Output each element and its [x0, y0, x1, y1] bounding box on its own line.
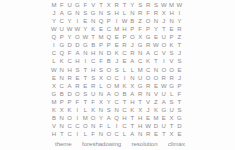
- grid-cell-r5c7[interactable]: M: [97, 33, 105, 41]
- grid-cell-r12c1[interactable]: G: [50, 90, 58, 98]
- grid-cell-r14c17[interactable]: S: [176, 106, 184, 114]
- grid-cell-r8c2[interactable]: K: [58, 57, 66, 65]
- grid-cell-r4c16[interactable]: E: [168, 25, 176, 33]
- grid-cell-r14c11[interactable]: K: [128, 106, 136, 114]
- grid-cell-r16c1[interactable]: V: [50, 122, 58, 130]
- grid-cell-r2c10[interactable]: L: [121, 9, 129, 17]
- grid-cell-r13c5[interactable]: T: [81, 98, 89, 106]
- grid-cell-r4c4[interactable]: W: [74, 25, 82, 33]
- grid-cell-r17c10[interactable]: L: [121, 130, 129, 138]
- grid-cell-r12c4[interactable]: O: [74, 90, 82, 98]
- grid-cell-r16c16[interactable]: T: [168, 122, 176, 130]
- grid-cell-r10c6[interactable]: S: [89, 74, 97, 82]
- grid-cell-r1c4[interactable]: G: [74, 1, 82, 9]
- grid-cell-r5c3[interactable]: Y: [66, 33, 74, 41]
- grid-cell-r16c2[interactable]: N: [58, 122, 66, 130]
- grid-cell-r3c10[interactable]: W: [121, 17, 129, 25]
- grid-cell-r15c16[interactable]: X: [168, 114, 176, 122]
- grid-cell-r3c9[interactable]: I: [113, 17, 121, 25]
- grid-cell-r10c8[interactable]: O: [105, 74, 113, 82]
- grid-cell-r15c8[interactable]: A: [105, 114, 113, 122]
- grid-cell-r8c9[interactable]: J: [113, 57, 121, 65]
- grid-cell-r2c4[interactable]: N: [74, 9, 82, 17]
- grid-cell-r15c6[interactable]: O: [89, 114, 97, 122]
- grid-cell-r14c1[interactable]: K: [50, 106, 58, 114]
- grid-cell-r7c4[interactable]: A: [74, 49, 82, 57]
- grid-cell-r15c9[interactable]: Q: [113, 114, 121, 122]
- grid-cell-r16c15[interactable]: U: [160, 122, 168, 130]
- grid-cell-r13c14[interactable]: Z: [152, 98, 160, 106]
- grid-cell-r16c14[interactable]: D: [152, 122, 160, 130]
- grid-cell-r7c8[interactable]: D: [105, 49, 113, 57]
- grid-cell-r12c11[interactable]: A: [128, 90, 136, 98]
- grid-cell-r12c10[interactable]: B: [121, 90, 129, 98]
- grid-cell-r5c15[interactable]: U: [160, 33, 168, 41]
- grid-cell-r13c13[interactable]: V: [144, 98, 152, 106]
- grid-cell-r14c3[interactable]: K: [66, 106, 74, 114]
- grid-cell-r4c8[interactable]: C: [105, 25, 113, 33]
- grid-cell-r13c7[interactable]: X: [97, 98, 105, 106]
- grid-cell-r5c6[interactable]: T: [89, 33, 97, 41]
- grid-cell-r8c3[interactable]: C: [66, 57, 74, 65]
- grid-cell-r9c5[interactable]: T: [81, 66, 89, 74]
- grid-cell-r17c1[interactable]: H: [50, 130, 58, 138]
- grid-cell-r12c16[interactable]: L: [168, 90, 176, 98]
- grid-cell-r15c11[interactable]: T: [128, 114, 136, 122]
- grid-cell-r15c14[interactable]: M: [152, 114, 160, 122]
- grid-cell-r11c5[interactable]: E: [81, 82, 89, 90]
- grid-cell-r5c1[interactable]: Q: [50, 33, 58, 41]
- grid-cell-r17c5[interactable]: L: [81, 130, 89, 138]
- grid-cell-r12c8[interactable]: A: [105, 90, 113, 98]
- grid-cell-r3c1[interactable]: Y: [50, 17, 58, 25]
- grid-cell-r11c12[interactable]: G: [136, 82, 144, 90]
- grid-cell-r10c16[interactable]: R: [168, 74, 176, 82]
- grid-cell-r6c14[interactable]: W: [152, 41, 160, 49]
- grid-cell-r4c1[interactable]: W: [50, 25, 58, 33]
- grid-cell-r13c8[interactable]: Y: [105, 98, 113, 106]
- grid-cell-r5c2[interactable]: P: [58, 33, 66, 41]
- grid-cell-r14c13[interactable]: J: [144, 106, 152, 114]
- grid-cell-r17c7[interactable]: N: [97, 130, 105, 138]
- grid-cell-r15c5[interactable]: M: [81, 114, 89, 122]
- grid-cell-r3c16[interactable]: N: [168, 17, 176, 25]
- grid-cell-r17c3[interactable]: C: [66, 130, 74, 138]
- grid-cell-r9c12[interactable]: M: [136, 66, 144, 74]
- grid-cell-r13c2[interactable]: P: [58, 98, 66, 106]
- grid-cell-r14c9[interactable]: N: [113, 106, 121, 114]
- grid-cell-r7c11[interactable]: R: [128, 49, 136, 57]
- grid-cell-r7c6[interactable]: H: [89, 49, 97, 57]
- grid-cell-r12c17[interactable]: F: [176, 90, 184, 98]
- grid-cell-r2c11[interactable]: N: [128, 9, 136, 17]
- grid-cell-r6c7[interactable]: P: [97, 41, 105, 49]
- grid-cell-r9c17[interactable]: E: [176, 66, 184, 74]
- grid-cell-r14c8[interactable]: S: [105, 106, 113, 114]
- grid-cell-r3c5[interactable]: E: [81, 17, 89, 25]
- grid-cell-r13c6[interactable]: F: [89, 98, 97, 106]
- letter-grid: MFUGFVTXRTYSRSWMWJAGNSGNSHLNRFRXHIYCYIEN…: [50, 1, 183, 138]
- grid-cell-r13c17[interactable]: T: [176, 98, 184, 106]
- grid-cell-r9c4[interactable]: S: [74, 66, 82, 74]
- grid-cell-r16c11[interactable]: T: [128, 122, 136, 130]
- grid-cell-r3c7[interactable]: Q: [97, 17, 105, 25]
- grid-cell-r4c7[interactable]: E: [97, 25, 105, 33]
- grid-cell-r14c2[interactable]: X: [58, 106, 66, 114]
- grid-cell-r8c10[interactable]: E: [121, 57, 129, 65]
- grid-cell-r8c15[interactable]: I: [160, 57, 168, 65]
- grid-cell-r2c15[interactable]: X: [160, 9, 168, 17]
- grid-cell-r10c2[interactable]: N: [58, 74, 66, 82]
- grid-cell-r1c7[interactable]: T: [97, 1, 105, 9]
- grid-cell-r15c3[interactable]: O: [66, 114, 74, 122]
- grid-cell-r8c17[interactable]: S: [176, 57, 184, 65]
- grid-cell-r3c8[interactable]: P: [105, 17, 113, 25]
- word-list-item-climax: climax: [168, 141, 185, 147]
- grid-cell-r12c12[interactable]: R: [136, 90, 144, 98]
- grid-cell-r5c5[interactable]: W: [81, 33, 89, 41]
- grid-cell-r8c7[interactable]: F: [97, 57, 105, 65]
- grid-cell-r4c6[interactable]: K: [89, 25, 97, 33]
- grid-cell-r3c3[interactable]: Y: [66, 17, 74, 25]
- grid-cell-r3c15[interactable]: J: [160, 17, 168, 25]
- grid-cell-r8c14[interactable]: T: [152, 57, 160, 65]
- grid-cell-r15c17[interactable]: G: [176, 114, 184, 122]
- grid-cell-r16c7[interactable]: F: [97, 122, 105, 130]
- grid-cell-r7c13[interactable]: A: [144, 49, 152, 57]
- grid-cell-r5c17[interactable]: Z: [176, 33, 184, 41]
- grid-cell-r3c4[interactable]: I: [74, 17, 82, 25]
- grid-cell-r14c7[interactable]: N: [97, 106, 105, 114]
- grid-cell-r17c8[interactable]: O: [105, 130, 113, 138]
- grid-cell-r16c4[interactable]: C: [74, 122, 82, 130]
- grid-cell-r9c14[interactable]: N: [152, 66, 160, 74]
- grid-cell-r10c10[interactable]: I: [121, 74, 129, 82]
- grid-cell-r6c2[interactable]: G: [58, 41, 66, 49]
- grid-cell-r14c15[interactable]: G: [160, 106, 168, 114]
- grid-cell-r9c2[interactable]: N: [58, 66, 66, 74]
- grid-cell-r11c15[interactable]: W: [160, 82, 168, 90]
- grid-cell-r11c8[interactable]: O: [105, 82, 113, 90]
- grid-cell-r15c10[interactable]: H: [121, 114, 129, 122]
- grid-cell-r12c7[interactable]: N: [97, 90, 105, 98]
- grid-cell-r11c3[interactable]: A: [66, 82, 74, 90]
- grid-cell-r12c6[interactable]: U: [89, 90, 97, 98]
- grid-cell-r16c13[interactable]: W: [144, 122, 152, 130]
- grid-cell-r1c12[interactable]: S: [136, 1, 144, 9]
- grid-cell-r7c7[interactable]: N: [97, 49, 105, 57]
- grid-cell-r15c13[interactable]: E: [144, 114, 152, 122]
- grid-cell-r6c16[interactable]: K: [168, 41, 176, 49]
- grid-cell-r9c1[interactable]: W: [50, 66, 58, 74]
- grid-cell-r9c10[interactable]: L: [121, 66, 129, 74]
- grid-cell-r7c5[interactable]: N: [81, 49, 89, 57]
- word-list-item-foreshadowing: foreshadowing: [82, 141, 121, 147]
- grid-cell-r6c5[interactable]: G: [81, 41, 89, 49]
- grid-cell-r17c16[interactable]: X: [168, 130, 176, 138]
- grid-cell-r11c6[interactable]: R: [89, 82, 97, 90]
- grid-cell-r1c15[interactable]: W: [160, 1, 168, 9]
- grid-cell-r15c2[interactable]: N: [58, 114, 66, 122]
- grid-cell-r3c17[interactable]: Y: [176, 17, 184, 25]
- grid-cell-r2c12[interactable]: R: [136, 9, 144, 17]
- grid-cell-r12c14[interactable]: V: [152, 90, 160, 98]
- grid-cell-r4c2[interactable]: U: [58, 25, 66, 33]
- grid-cell-r7c1[interactable]: C: [50, 49, 58, 57]
- grid-cell-r13c4[interactable]: F: [74, 98, 82, 106]
- grid-cell-r6c4[interactable]: D: [74, 41, 82, 49]
- grid-cell-r16c3[interactable]: C: [66, 122, 74, 130]
- grid-cell-r3c13[interactable]: O: [144, 17, 152, 25]
- grid-cell-r16c10[interactable]: C: [121, 122, 129, 130]
- grid-cell-r6c8[interactable]: P: [105, 41, 113, 49]
- grid-cell-r14c16[interactable]: U: [168, 106, 176, 114]
- grid-cell-r1c16[interactable]: M: [168, 1, 176, 9]
- grid-cell-r2c16[interactable]: H: [168, 9, 176, 17]
- grid-cell-r5c10[interactable]: P: [121, 33, 129, 41]
- grid-cell-r11c2[interactable]: C: [58, 82, 66, 90]
- grid-cell-r1c17[interactable]: W: [176, 1, 184, 9]
- grid-cell-r17c13[interactable]: R: [144, 130, 152, 138]
- grid-cell-r1c2[interactable]: F: [58, 1, 66, 9]
- grid-cell-r17c9[interactable]: C: [113, 130, 121, 138]
- grid-cell-r5c13[interactable]: G: [144, 33, 152, 41]
- grid-cell-r14c12[interactable]: X: [136, 106, 144, 114]
- grid-cell-r10c11[interactable]: N: [128, 74, 136, 82]
- grid-cell-r17c15[interactable]: T: [160, 130, 168, 138]
- grid-cell-r10c15[interactable]: R: [160, 74, 168, 82]
- grid-cell-r10c7[interactable]: X: [97, 74, 105, 82]
- grid-cell-r13c1[interactable]: M: [50, 98, 58, 106]
- word-list: themeforeshadowingresolutionclimax: [55, 141, 185, 147]
- grid-cell-r6c9[interactable]: E: [113, 41, 121, 49]
- grid-cell-r12c13[interactable]: N: [144, 90, 152, 98]
- grid-cell-r4c13[interactable]: P: [144, 25, 152, 33]
- grid-cell-r8c16[interactable]: V: [168, 57, 176, 65]
- grid-cell-r3c2[interactable]: C: [58, 17, 66, 25]
- grid-cell-r7c12[interactable]: N: [136, 49, 144, 57]
- grid-cell-r1c14[interactable]: S: [152, 1, 160, 9]
- grid-cell-r7c10[interactable]: C: [121, 49, 129, 57]
- grid-cell-r1c9[interactable]: R: [113, 1, 121, 9]
- grid-cell-r4c9[interactable]: M: [113, 25, 121, 33]
- grid-cell-r4c14[interactable]: Y: [152, 25, 160, 33]
- grid-cell-r13c16[interactable]: S: [168, 98, 176, 106]
- grid-cell-r8c5[interactable]: I: [81, 57, 89, 65]
- grid-cell-r4c3[interactable]: W: [66, 25, 74, 33]
- grid-cell-r6c13[interactable]: R: [144, 41, 152, 49]
- grid-cell-r7c3[interactable]: F: [66, 49, 74, 57]
- grid-cell-r3c12[interactable]: Z: [136, 17, 144, 25]
- grid-cell-r13c3[interactable]: P: [66, 98, 74, 106]
- grid-cell-r10c9[interactable]: C: [113, 74, 121, 82]
- grid-cell-r7c17[interactable]: J: [176, 49, 184, 57]
- grid-cell-r13c15[interactable]: A: [160, 98, 168, 106]
- grid-cell-r13c9[interactable]: C: [113, 98, 121, 106]
- grid-cell-r11c11[interactable]: X: [128, 82, 136, 90]
- grid-cell-r7c2[interactable]: Q: [58, 49, 66, 57]
- grid-cell-r10c13[interactable]: O: [144, 74, 152, 82]
- grid-cell-r7c14[interactable]: C: [152, 49, 160, 57]
- grid-cell-r6c1[interactable]: I: [50, 41, 58, 49]
- grid-cell-r4c12[interactable]: F: [136, 25, 144, 33]
- grid-cell-r16c8[interactable]: L: [105, 122, 113, 130]
- grid-cell-r6c11[interactable]: J: [128, 41, 136, 49]
- grid-cell-r14c6[interactable]: K: [89, 106, 97, 114]
- grid-cell-r6c10[interactable]: R: [121, 41, 129, 49]
- grid-cell-r2c8[interactable]: S: [105, 9, 113, 17]
- grid-cell-r10c17[interactable]: J: [176, 74, 184, 82]
- grid-cell-r8c4[interactable]: H: [74, 57, 82, 65]
- grid-cell-r5c14[interactable]: E: [152, 33, 160, 41]
- grid-cell-r11c9[interactable]: M: [113, 82, 121, 90]
- grid-cell-r1c5[interactable]: F: [81, 1, 89, 9]
- grid-cell-r12c3[interactable]: D: [66, 90, 74, 98]
- grid-cell-r1c1[interactable]: M: [50, 1, 58, 9]
- grid-cell-r2c17[interactable]: I: [176, 9, 184, 17]
- grid-cell-r4c15[interactable]: T: [160, 25, 168, 33]
- grid-cell-r16c17[interactable]: D: [176, 122, 184, 130]
- grid-cell-r9c16[interactable]: O: [168, 66, 176, 74]
- grid-cell-r16c6[interactable]: N: [89, 122, 97, 130]
- grid-cell-r8c13[interactable]: K: [144, 57, 152, 65]
- grid-cell-r16c5[interactable]: O: [81, 122, 89, 130]
- grid-cell-r15c4[interactable]: I: [74, 114, 82, 122]
- grid-cell-r8c1[interactable]: L: [50, 57, 58, 65]
- grid-cell-r8c8[interactable]: B: [105, 57, 113, 65]
- grid-cell-r2c3[interactable]: G: [66, 9, 74, 17]
- grid-cell-r6c12[interactable]: G: [136, 41, 144, 49]
- grid-cell-r13c12[interactable]: T: [136, 98, 144, 106]
- grid-cell-r17c11[interactable]: A: [128, 130, 136, 138]
- grid-cell-r11c14[interactable]: E: [152, 82, 160, 90]
- grid-cell-r10c14[interactable]: O: [152, 74, 160, 82]
- word-list-item-resolution: resolution: [132, 141, 158, 147]
- grid-cell-r2c6[interactable]: G: [89, 9, 97, 17]
- grid-cell-r10c12[interactable]: U: [136, 74, 144, 82]
- grid-cell-r12c15[interactable]: U: [160, 90, 168, 98]
- grid-cell-r14c4[interactable]: I: [74, 106, 82, 114]
- grid-cell-r1c8[interactable]: X: [105, 1, 113, 9]
- grid-cell-r7c9[interactable]: K: [113, 49, 121, 57]
- grid-cell-r7c15[interactable]: V: [160, 49, 168, 57]
- grid-cell-r12c2[interactable]: B: [58, 90, 66, 98]
- grid-cell-r6c15[interactable]: O: [160, 41, 168, 49]
- grid-cell-r17c2[interactable]: T: [58, 130, 66, 138]
- grid-cell-r15c1[interactable]: B: [50, 114, 58, 122]
- grid-cell-r3c11[interactable]: B: [128, 17, 136, 25]
- grid-cell-r10c3[interactable]: R: [66, 74, 74, 82]
- grid-cell-r3c6[interactable]: N: [89, 17, 97, 25]
- grid-cell-r9c7[interactable]: S: [97, 66, 105, 74]
- grid-cell-r17c17[interactable]: E: [176, 130, 184, 138]
- grid-cell-r10c4[interactable]: E: [74, 74, 82, 82]
- grid-cell-r2c5[interactable]: S: [81, 9, 89, 17]
- grid-cell-r5c11[interactable]: O: [128, 33, 136, 41]
- grid-cell-r13c11[interactable]: H: [128, 98, 136, 106]
- grid-cell-r1c10[interactable]: T: [121, 1, 129, 9]
- grid-cell-r5c8[interactable]: Q: [105, 33, 113, 41]
- grid-cell-r13c10[interactable]: T: [121, 98, 129, 106]
- grid-cell-r17c14[interactable]: E: [152, 130, 160, 138]
- grid-cell-r11c16[interactable]: G: [168, 82, 176, 90]
- word-search-page: MFUGFVTXRTYSRSWMWJAGNSGNSHLNRFRXHIYCYIEN…: [0, 0, 235, 150]
- grid-cell-r11c7[interactable]: L: [97, 82, 105, 90]
- word-list-item-theme: theme: [55, 141, 72, 147]
- grid-cell-r11c1[interactable]: X: [50, 82, 58, 90]
- grid-cell-r9c3[interactable]: H: [66, 66, 74, 74]
- grid-cell-r16c12[interactable]: H: [136, 122, 144, 130]
- grid-cell-r11c17[interactable]: P: [176, 82, 184, 90]
- grid-cell-r8c6[interactable]: C: [89, 57, 97, 65]
- grid-cell-r3c14[interactable]: N: [152, 17, 160, 25]
- grid-cell-r10c1[interactable]: E: [50, 74, 58, 82]
- grid-cell-r10c5[interactable]: T: [81, 74, 89, 82]
- grid-cell-r9c15[interactable]: O: [160, 66, 168, 74]
- grid-cell-r9c9[interactable]: S: [113, 66, 121, 74]
- grid-cell-r7c16[interactable]: S: [168, 49, 176, 57]
- grid-cell-r11c4[interactable]: R: [74, 82, 82, 90]
- grid-cell-r14c5[interactable]: L: [81, 106, 89, 114]
- grid-cell-r12c5[interactable]: S: [81, 90, 89, 98]
- grid-cell-r14c14[interactable]: K: [152, 106, 160, 114]
- grid-cell-r12c9[interactable]: O: [113, 90, 121, 98]
- grid-cell-r5c16[interactable]: P: [168, 33, 176, 41]
- grid-cell-r8c11[interactable]: A: [128, 57, 136, 65]
- grid-cell-r5c4[interactable]: O: [74, 33, 82, 41]
- grid-cell-r9c8[interactable]: O: [105, 66, 113, 74]
- grid-cell-r1c11[interactable]: Y: [128, 1, 136, 9]
- grid-cell-r11c13[interactable]: R: [144, 82, 152, 90]
- grid-cell-r14c10[interactable]: C: [121, 106, 129, 114]
- grid-cell-r4c17[interactable]: R: [176, 25, 184, 33]
- grid-cell-r17c4[interactable]: I: [74, 130, 82, 138]
- grid-cell-r15c7[interactable]: Y: [97, 114, 105, 122]
- grid-cell-r17c6[interactable]: F: [89, 130, 97, 138]
- grid-cell-r2c9[interactable]: H: [113, 9, 121, 17]
- grid-cell-r1c13[interactable]: R: [144, 1, 152, 9]
- grid-cell-r6c3[interactable]: D: [66, 41, 74, 49]
- grid-cell-r16c9[interactable]: I: [113, 122, 121, 130]
- grid-cell-r9c11[interactable]: L: [128, 66, 136, 74]
- grid-cell-r4c5[interactable]: Y: [81, 25, 89, 33]
- grid-cell-r1c3[interactable]: U: [66, 1, 74, 9]
- grid-cell-r2c2[interactable]: A: [58, 9, 66, 17]
- grid-cell-r2c13[interactable]: F: [144, 9, 152, 17]
- grid-cell-r5c12[interactable]: X: [136, 33, 144, 41]
- grid-cell-r9c6[interactable]: H: [89, 66, 97, 74]
- grid-cell-r15c12[interactable]: H: [136, 114, 144, 122]
- grid-cell-r1c6[interactable]: V: [89, 1, 97, 9]
- grid-cell-r2c14[interactable]: R: [152, 9, 160, 17]
- grid-cell-r4c10[interactable]: H: [121, 25, 129, 33]
- grid-cell-r5c9[interactable]: E: [113, 33, 121, 41]
- grid-cell-r9c13[interactable]: C: [144, 66, 152, 74]
- grid-cell-r8c12[interactable]: C: [136, 57, 144, 65]
- grid-cell-r15c15[interactable]: E: [160, 114, 168, 122]
- grid-cell-r6c6[interactable]: B: [89, 41, 97, 49]
- grid-cell-r17c12[interactable]: N: [136, 130, 144, 138]
- grid-cell-r11c10[interactable]: K: [121, 82, 129, 90]
- grid-cell-r4c11[interactable]: P: [128, 25, 136, 33]
- grid-cell-r6c17[interactable]: T: [176, 41, 184, 49]
- grid-cell-r2c1[interactable]: J: [50, 9, 58, 17]
- grid-cell-r2c7[interactable]: N: [97, 9, 105, 17]
